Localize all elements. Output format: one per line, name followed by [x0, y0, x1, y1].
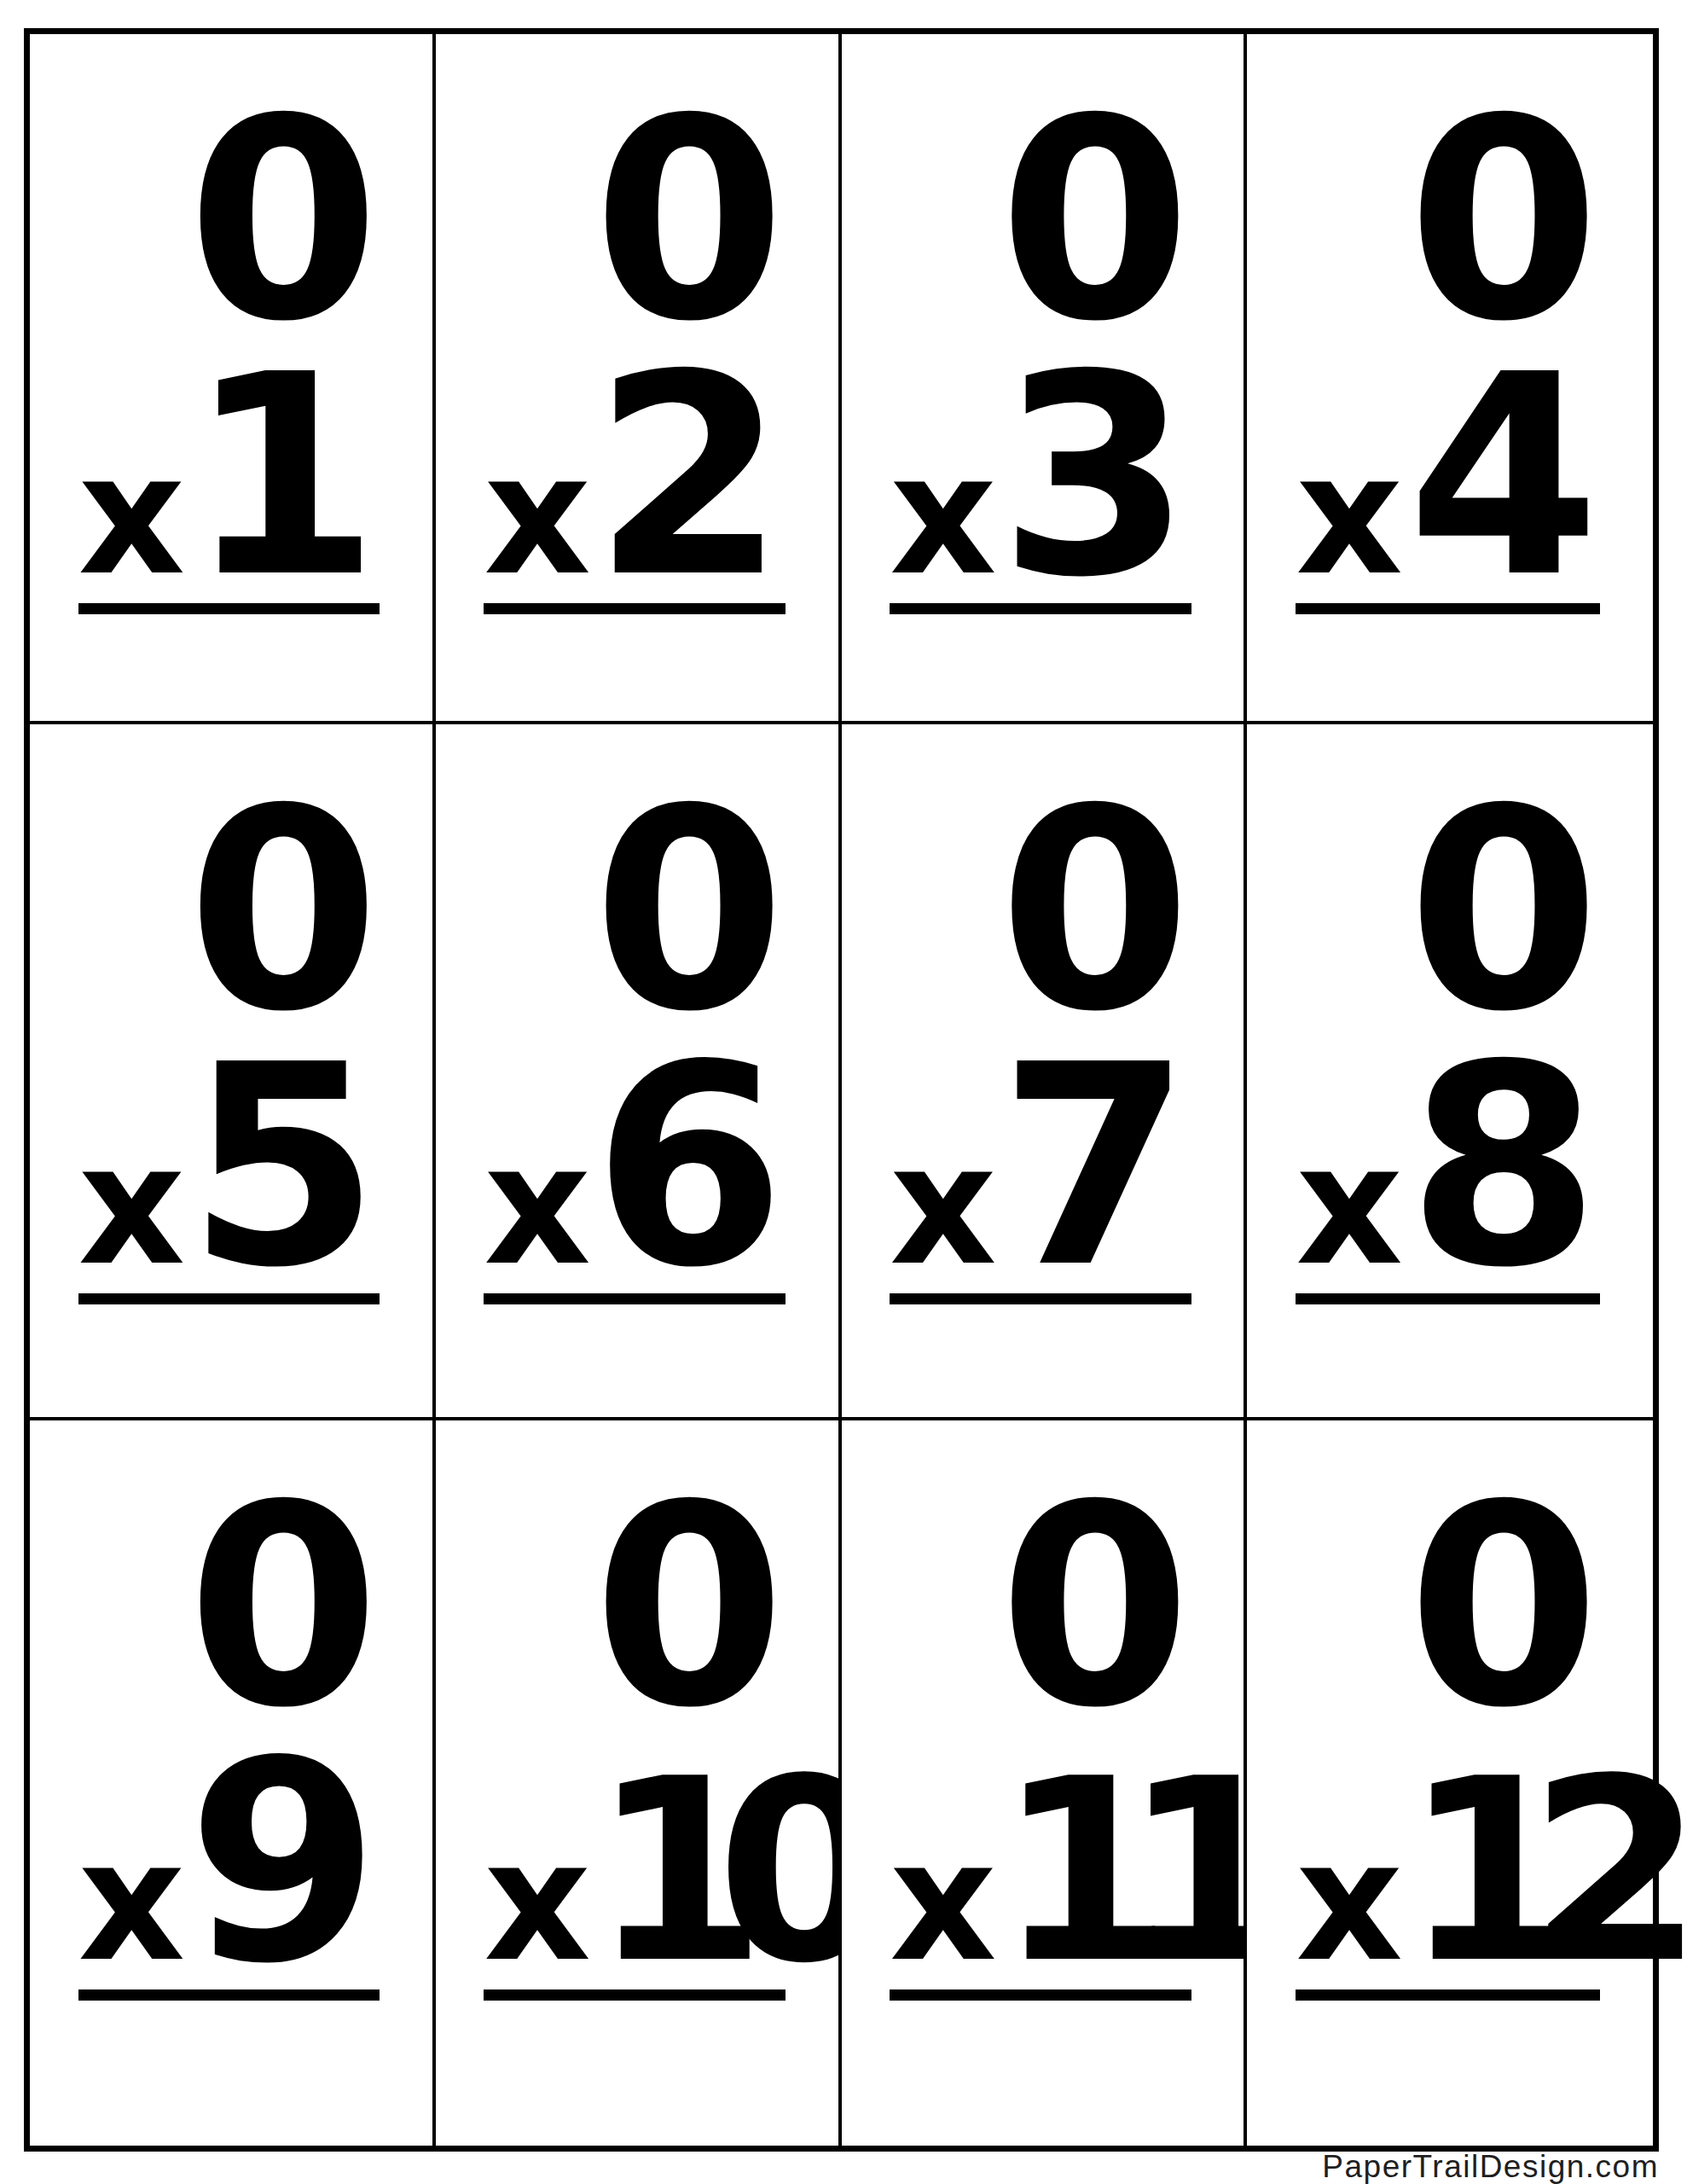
multiply-sign: x [484, 1841, 591, 1962]
multiplication-problem: 0 x 7 [890, 724, 1191, 1304]
multiplicand: 0 [484, 1506, 786, 1708]
multiplicand: 0 [1296, 119, 1600, 322]
multiply-sign: x [78, 1145, 186, 1266]
flash-card-0x5: 0 x 5 [30, 724, 436, 1420]
flash-card-0x2: 0 x 2 [436, 34, 842, 724]
flash-card-0x4: 0 x 4 [1247, 34, 1653, 724]
multiplicand: 0 [78, 119, 380, 322]
multiplier-row: x 7 [890, 1066, 1191, 1268]
multiply-sign: x [890, 455, 997, 576]
multiplier: 10 [591, 1780, 842, 1964]
multiplier-row: x 4 [1296, 375, 1600, 578]
flash-card-sheet: 0 x 1 0 x 2 0 x [0, 0, 1687, 2184]
watermark-text: PaperTrailDesign.com [1322, 2151, 1659, 2182]
multiply-sign: x [484, 455, 591, 576]
flash-card-0x3: 0 x 3 [842, 34, 1248, 724]
multiplication-problem: 0 x 6 [484, 724, 786, 1304]
multiplicand: 0 [484, 119, 786, 322]
multiplication-problem: 0 x 9 [78, 1420, 380, 2001]
multiplication-problem: 0 x 11 [890, 1420, 1191, 2001]
multiply-sign: x [1296, 455, 1403, 576]
multiplicand: 0 [484, 810, 786, 1012]
multiply-sign: x [1296, 1145, 1403, 1266]
multiplication-problem: 0 x 4 [1296, 34, 1600, 614]
multiplier: 7 [999, 1066, 1191, 1268]
multiply-sign: x [1296, 1841, 1403, 1962]
multiplier: 1 [187, 375, 380, 578]
multiplication-problem: 0 x 1 [78, 34, 380, 614]
multiplication-problem: 0 x 12 [1296, 1420, 1600, 2001]
multiplication-problem: 0 x 5 [78, 724, 380, 1304]
multiplicand: 0 [890, 810, 1191, 1012]
multiplication-problem: 0 x 3 [890, 34, 1191, 614]
multiplication-problem: 0 x 10 [484, 1420, 786, 2001]
multiply-sign: x [78, 1841, 186, 1962]
flash-card-0x6: 0 x 6 [436, 724, 842, 1420]
multiplier-row: x 11 [890, 1780, 1191, 1964]
flash-card-0x12: 0 x 12 [1247, 1420, 1653, 2146]
multiplier-row: x 8 [1296, 1066, 1600, 1268]
multiplier: 3 [999, 375, 1191, 578]
multiplier: 4 [1407, 375, 1600, 578]
multiplier-row: x 6 [484, 1066, 786, 1268]
multiplier: 5 [187, 1066, 380, 1268]
multiplier: 8 [1407, 1066, 1600, 1268]
multiplication-problem: 0 x 2 [484, 34, 786, 614]
multiplier: 6 [593, 1066, 786, 1268]
multiplier: 9 [187, 1762, 380, 1964]
multiply-sign: x [890, 1841, 997, 1962]
multiply-sign: x [890, 1145, 997, 1266]
flash-card-0x11: 0 x 11 [842, 1420, 1248, 2146]
flash-card-0x8: 0 x 8 [1247, 724, 1653, 1420]
multiplicand: 0 [890, 119, 1191, 322]
multiplicand: 0 [78, 1506, 380, 1708]
multiplier-row: x 2 [484, 375, 786, 578]
multiply-sign: x [484, 1145, 591, 1266]
multiplier-row: x 5 [78, 1066, 380, 1268]
multiplier: 11 [997, 1780, 1248, 1964]
flash-card-0x7: 0 x 7 [842, 724, 1248, 1420]
flash-card-0x10: 0 x 10 [436, 1420, 842, 2146]
multiplier-row: x 10 [484, 1780, 786, 1964]
multiply-sign: x [78, 455, 186, 576]
multiplier-row: x 9 [78, 1762, 380, 1964]
multiplier: 2 [593, 375, 786, 578]
multiplicand: 0 [1296, 1506, 1600, 1708]
multiplier: 12 [1403, 1780, 1654, 1964]
multiplicand: 0 [890, 1506, 1191, 1708]
flash-card-0x1: 0 x 1 [30, 34, 436, 724]
multiplier-row: x 3 [890, 375, 1191, 578]
flash-card-grid: 0 x 1 0 x 2 0 x [24, 28, 1659, 2152]
multiplicand: 0 [78, 810, 380, 1012]
multiplier-row: x 1 [78, 375, 380, 578]
multiplier-row: x 12 [1296, 1780, 1600, 1964]
multiplication-problem: 0 x 8 [1296, 724, 1600, 1304]
multiplicand: 0 [1296, 810, 1600, 1012]
flash-card-0x9: 0 x 9 [30, 1420, 436, 2146]
